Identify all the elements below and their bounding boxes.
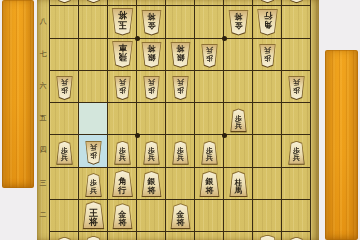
board-cell[interactable] bbox=[50, 168, 79, 200]
rank-label: 八 bbox=[37, 5, 49, 37]
board-cell[interactable] bbox=[253, 168, 282, 200]
board-cell[interactable] bbox=[224, 135, 253, 167]
board-cell[interactable] bbox=[166, 6, 195, 38]
board-cell[interactable] bbox=[282, 200, 311, 232]
star-point bbox=[222, 36, 227, 41]
board-cell[interactable] bbox=[79, 6, 108, 38]
rank-label: 六 bbox=[37, 70, 49, 102]
board-cell[interactable] bbox=[253, 103, 282, 135]
board-cell[interactable] bbox=[166, 103, 195, 135]
rank-label: 三 bbox=[37, 167, 49, 199]
board-cell[interactable] bbox=[224, 71, 253, 103]
board-cell[interactable] bbox=[50, 39, 79, 71]
board-cell[interactable] bbox=[166, 168, 195, 200]
board-cell[interactable] bbox=[195, 200, 224, 232]
board-cell[interactable] bbox=[50, 200, 79, 232]
piece-stand-top-player[interactable] bbox=[2, 0, 34, 188]
board-cell[interactable] bbox=[137, 200, 166, 232]
board-cell[interactable] bbox=[253, 71, 282, 103]
piece-stand-bottom-player[interactable] bbox=[325, 50, 358, 240]
board-cell[interactable] bbox=[253, 135, 282, 167]
rank-label: 二 bbox=[37, 199, 49, 231]
board-cell[interactable] bbox=[282, 168, 311, 200]
board-cell[interactable] bbox=[224, 232, 253, 240]
board-cell[interactable] bbox=[282, 103, 311, 135]
rank-label: 一 bbox=[37, 231, 49, 240]
board-cell[interactable] bbox=[137, 103, 166, 135]
board-grid: 香車桂馬桂馬香車玉将金将金将角行飛車銀将銀将歩兵歩兵歩兵歩兵歩兵歩兵歩兵歩兵歩兵… bbox=[49, 0, 311, 240]
board-cell[interactable] bbox=[50, 103, 79, 135]
star-point bbox=[135, 133, 140, 138]
board-cell[interactable] bbox=[166, 232, 195, 240]
star-point bbox=[135, 36, 140, 41]
board-cell[interactable] bbox=[195, 71, 224, 103]
board-cell[interactable] bbox=[79, 39, 108, 71]
board-cell[interactable] bbox=[224, 39, 253, 71]
board-cell[interactable] bbox=[282, 39, 311, 71]
shogi-board: 九 八 七 六 五 四 三 二 一 香車桂馬桂馬香車玉将金将金将角行飛車銀将銀将… bbox=[37, 0, 319, 240]
board-cell[interactable] bbox=[108, 103, 137, 135]
board-cell[interactable] bbox=[79, 71, 108, 103]
star-point bbox=[222, 133, 227, 138]
board-cell[interactable] bbox=[195, 232, 224, 240]
board-cell[interactable] bbox=[79, 103, 108, 135]
rank-label: 四 bbox=[37, 134, 49, 166]
rank-label: 七 bbox=[37, 38, 49, 70]
board-cell[interactable] bbox=[137, 232, 166, 240]
board-cell[interactable] bbox=[50, 6, 79, 38]
board-cell[interactable] bbox=[195, 103, 224, 135]
rank-label: 五 bbox=[37, 102, 49, 134]
board-cell[interactable] bbox=[108, 232, 137, 240]
board-cell[interactable] bbox=[253, 200, 282, 232]
board-cell[interactable] bbox=[195, 6, 224, 38]
board-cell[interactable] bbox=[224, 200, 253, 232]
shogi-app-screen: 九 八 七 六 五 四 三 二 一 香車桂馬桂馬香車玉将金将金将角行飛車銀将銀将… bbox=[0, 0, 360, 240]
board-cell[interactable] bbox=[282, 6, 311, 38]
